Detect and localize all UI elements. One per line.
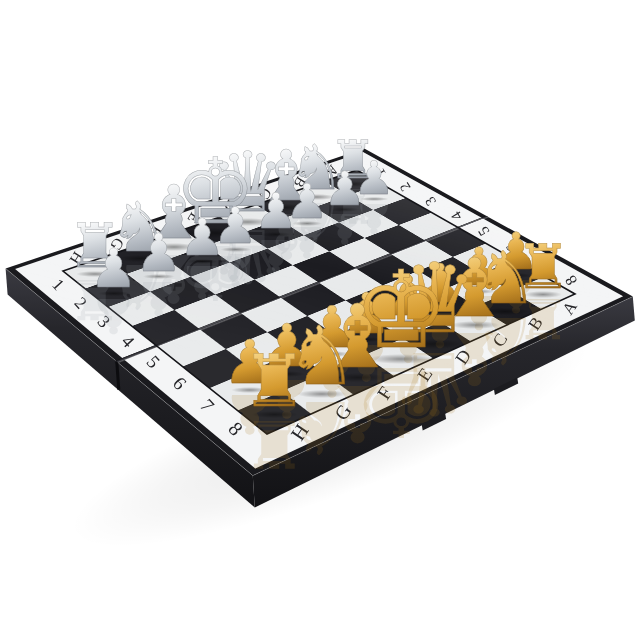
- piece-gold-knight-b8: ♞♞: [469, 242, 541, 314]
- piece-glyph: ♟: [324, 165, 366, 212]
- piece-contact-shadow: [423, 305, 456, 310]
- piece-reflection: ♟: [351, 197, 397, 239]
- piece-glyph: ♟: [306, 299, 357, 356]
- piece-reflection: ♟: [453, 289, 505, 336]
- piece-contact-shadow: [391, 319, 425, 324]
- piece-reflection: ♟: [211, 247, 261, 292]
- piece-reflection: ♚: [348, 354, 455, 450]
- piece-contact-shadow: [330, 207, 359, 212]
- piece-reflection: ♜: [238, 411, 311, 476]
- piece-glyph: ♟: [416, 257, 464, 311]
- piece-gold-pawn-a7: ♟♟: [491, 226, 542, 277]
- piece-reflection: ♝: [252, 204, 322, 267]
- piece-silver-bishop-c1: ♝♝: [252, 141, 322, 211]
- piece-glyph: ♝: [255, 141, 317, 211]
- piece-contact-shadow: [97, 291, 130, 296]
- piece-contact-shadow: [265, 204, 308, 211]
- piece-glyph: ♛: [210, 142, 284, 225]
- piece-glyph: ♜: [242, 345, 307, 418]
- piece-silver-bishop-f1: ♝♝: [137, 176, 211, 250]
- pieces-layer: ♜♜♞♞♝♝♛♛♚♚♝♝♞♞♜♜♟♟♟♟♟♟♟♟♟♟♟♟♟♟♟♟♟♟♟♟♟♟♟♟…: [0, 0, 640, 640]
- piece-gold-pawn-e7: ♟♟: [338, 286, 394, 342]
- piece-glyph: ♟: [455, 241, 502, 293]
- piece-reflection: ♜: [512, 291, 573, 346]
- piece-contact-shadow: [220, 247, 251, 252]
- piece-contact-shadow: [336, 181, 369, 186]
- piece-contact-shadow: [500, 273, 532, 278]
- piece-contact-shadow: [314, 351, 350, 357]
- piece-reflection: ♛: [386, 339, 483, 426]
- piece-glyph: ♟: [353, 155, 394, 201]
- piece-gold-pawn-d7: ♟♟: [381, 269, 436, 324]
- piece-glyph: ♝: [141, 176, 208, 250]
- piece-glyph: ♜: [329, 133, 377, 186]
- piece-reflection: ♟: [258, 371, 317, 424]
- piece-silver-pawn-a2: ♟♟: [351, 155, 397, 201]
- piece-glyph: ♟: [341, 286, 391, 342]
- piece-silver-knight-b1: ♞♞: [285, 137, 347, 199]
- chess-set-photo: 1234567812345678HGFEDCBAHGFEDCBA ♜♜♞♞♝♝♛…: [0, 0, 640, 640]
- piece-reflection: ♟: [87, 291, 141, 339]
- piece-glyph: ♞: [288, 137, 344, 199]
- piece-reflection: ♟: [283, 221, 331, 264]
- piece-contact-shadow: [330, 373, 384, 382]
- piece-glyph: ♟: [179, 212, 225, 263]
- piece-reflection: ♛: [206, 218, 289, 293]
- piece-reflection: ♟: [133, 274, 185, 321]
- piece-contact-shadow: [292, 221, 322, 226]
- piece-gold-rook-h8: ♜♜: [238, 345, 311, 418]
- piece-silver-pawn-h2: ♟♟: [87, 242, 141, 296]
- piece-glyph: ♟: [261, 317, 314, 376]
- piece-reflection: ♝: [137, 243, 211, 310]
- piece-glyph: ♟: [135, 227, 182, 279]
- piece-gold-bishop-f8: ♝♝: [314, 294, 401, 381]
- piece-reflection: ♞: [469, 308, 541, 373]
- piece-silver-pawn-f2: ♟♟: [177, 212, 228, 263]
- piece-reflection: ♞: [105, 255, 174, 317]
- piece-gold-king-e8: ♚♚: [348, 257, 455, 364]
- piece-contact-shadow: [76, 271, 114, 277]
- piece-glyph: ♟: [89, 242, 137, 296]
- piece-reflection: ♚: [170, 228, 261, 310]
- piece-glyph: ♟: [384, 269, 433, 324]
- piece-contact-shadow: [252, 411, 297, 418]
- piece-glyph: ♜: [67, 215, 122, 276]
- piece-reflection: ♟: [252, 232, 301, 276]
- piece-reflection: ♟: [381, 319, 436, 368]
- piece-glyph: ♞: [473, 242, 538, 314]
- piece-silver-rook-a1: ♜♜: [326, 133, 379, 186]
- piece-gold-pawn-g7: ♟♟: [258, 317, 317, 376]
- piece-glyph: ♞: [109, 193, 171, 262]
- piece-silver-rook-h1: ♜♜: [64, 215, 125, 276]
- piece-gold-pawn-f7: ♟♟: [303, 299, 360, 356]
- piece-contact-shadow: [463, 289, 495, 294]
- piece-silver-pawn-c2: ♟♟: [283, 177, 331, 225]
- piece-contact-shadow: [151, 243, 197, 250]
- piece-silver-pawn-b2: ♟♟: [321, 165, 368, 212]
- piece-contact-shadow: [349, 337, 384, 343]
- piece-silver-knight-g1: ♞♞: [105, 193, 174, 262]
- piece-glyph: ♜: [515, 236, 570, 297]
- piece-glyph: ♝: [438, 248, 511, 329]
- piece-glyph: ♟: [285, 177, 328, 225]
- piece-reflection: ♟: [338, 337, 394, 387]
- piece-glyph: ♟: [213, 201, 258, 251]
- piece-reflection: ♞: [281, 390, 362, 463]
- piece-gold-knight-g8: ♞♞: [281, 316, 362, 397]
- piece-contact-shadow: [261, 232, 291, 237]
- piece-glyph: ♟: [254, 188, 298, 237]
- piece-reflection: ♟: [491, 273, 542, 319]
- piece-reflection: ♜: [326, 181, 379, 229]
- piece-contact-shadow: [524, 291, 562, 297]
- piece-contact-shadow: [404, 339, 464, 349]
- piece-contact-shadow: [483, 308, 528, 315]
- piece-glyph: ♟: [493, 226, 539, 277]
- piece-contact-shadow: [186, 259, 218, 264]
- piece-contact-shadow: [269, 371, 306, 377]
- piece-reflection: ♜: [64, 271, 125, 326]
- piece-contact-shadow: [450, 321, 500, 329]
- piece-gold-pawn-c7: ♟♟: [413, 257, 467, 311]
- piece-contact-shadow: [360, 197, 389, 202]
- piece-reflection: ♟: [177, 259, 228, 305]
- piece-reflection: ♞: [285, 194, 347, 250]
- piece-gold-pawn-b7: ♟♟: [453, 241, 505, 293]
- piece-reflection: ♟: [220, 387, 280, 441]
- piece-glyph: ♚: [353, 257, 449, 364]
- piece-gold-pawn-h7: ♟♟: [220, 332, 280, 392]
- piece-gold-queen-d8: ♛♛: [386, 251, 483, 348]
- piece-contact-shadow: [231, 387, 268, 393]
- piece-contact-shadow: [297, 194, 335, 200]
- piece-silver-pawn-d2: ♟♟: [252, 188, 301, 237]
- piece-reflection: ♝: [434, 321, 515, 394]
- piece-reflection: ♝: [314, 373, 401, 452]
- piece-contact-shadow: [143, 274, 175, 279]
- piece-glyph: ♝: [318, 294, 396, 381]
- piece-gold-rook-a8: ♜♜: [512, 236, 573, 297]
- piece-glyph: ♟: [223, 332, 277, 392]
- piece-gold-bishop-c8: ♝♝: [434, 248, 515, 329]
- piece-contact-shadow: [118, 255, 161, 262]
- piece-contact-shadow: [296, 390, 346, 398]
- piece-silver-king-e1: ♚♚: [170, 146, 261, 237]
- piece-glyph: ♚: [175, 146, 257, 237]
- piece-contact-shadow: [222, 218, 273, 226]
- piece-reflection: ♟: [413, 305, 467, 353]
- piece-contact-shadow: [187, 228, 243, 237]
- piece-reflection: ♟: [303, 351, 360, 403]
- piece-glyph: ♛: [391, 251, 478, 348]
- piece-contact-shadow: [368, 354, 434, 365]
- piece-reflection: ♟: [321, 207, 368, 249]
- piece-glyph: ♞: [285, 316, 358, 397]
- piece-silver-queen-d1: ♛♛: [206, 142, 289, 225]
- piece-silver-pawn-g2: ♟♟: [133, 227, 185, 279]
- piece-silver-pawn-e2: ♟♟: [211, 201, 261, 251]
